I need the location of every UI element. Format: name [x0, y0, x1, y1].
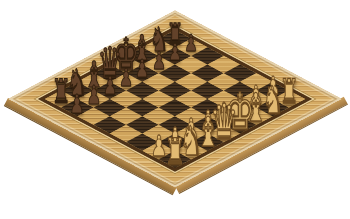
black-pawn-h7[interactable]: ♟ [185, 32, 198, 55]
chess-set-photo: ♜♞♝♛♚♝♞♜♟♟♟♟♟♟♟♟♟♟♟♟♟♟♟♟♜♞♝♛♚♝♞♜ [0, 0, 350, 219]
black-rook-a8[interactable]: ♜ [52, 76, 71, 109]
white-rook-a1[interactable]: ♜ [165, 134, 186, 170]
black-pawn-b7[interactable]: ♟ [86, 82, 101, 108]
black-pawn-g7[interactable]: ♟ [168, 41, 181, 64]
black-pawn-f7[interactable]: ♟ [152, 48, 166, 73]
black-pawn-d7[interactable]: ♟ [119, 65, 133, 90]
pieces-layer: ♜♞♝♛♚♝♞♜♟♟♟♟♟♟♟♟♟♟♟♟♟♟♟♟♜♞♝♛♚♝♞♜ [0, 0, 350, 219]
black-pawn-a7[interactable]: ♟ [70, 91, 85, 117]
black-pawn-e7[interactable]: ♟ [135, 56, 149, 81]
black-pawn-c7[interactable]: ♟ [103, 74, 117, 99]
